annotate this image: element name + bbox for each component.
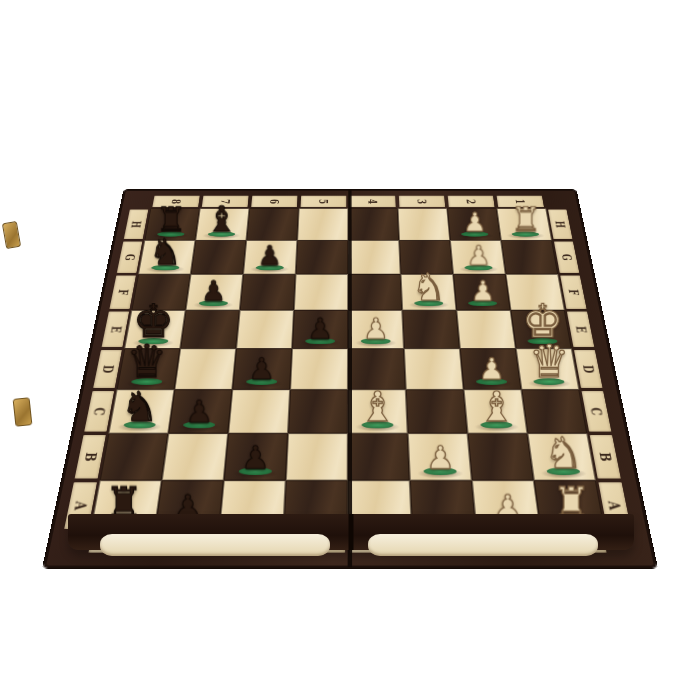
square-c2: ♝ (464, 390, 528, 434)
square-d1: ♛ (516, 349, 579, 390)
square-e5: ♟ (292, 310, 348, 348)
white-queen-d1: ♛ (529, 339, 569, 384)
black-bishop-h7: ♝ (206, 201, 238, 236)
square-e7 (180, 310, 240, 348)
chess-board: 87654321H♜♝♟♜HG♞♟♟GF♟♞♟FE♚♟♟♚ED♛♟♟♛DC♞♟♝… (43, 190, 656, 568)
coordinate-label-text: F (115, 289, 130, 295)
coordinate-label-text: A (605, 501, 624, 510)
square-f3: ♞ (401, 274, 457, 310)
square-c7: ♟ (168, 390, 232, 434)
square-h2: ♟ (447, 208, 501, 240)
square-c6 (228, 390, 290, 434)
square-h6 (246, 208, 298, 240)
square-d5 (290, 349, 348, 390)
square-b4 (348, 433, 410, 480)
black-pawn-d6: ♟ (248, 354, 275, 384)
coordinate-label-text: H (129, 221, 144, 228)
coordinate-label-text: C (588, 407, 605, 415)
front-edge-seam (349, 514, 354, 550)
coordinate-label-text: E (108, 326, 124, 333)
white-rook-h1: ♜ (511, 203, 541, 236)
square-f5 (294, 274, 348, 310)
brass-clasp-icon (2, 221, 21, 249)
coordinate-label-text: 7 (218, 199, 232, 204)
square-g1 (501, 240, 558, 274)
square-e3 (402, 310, 460, 348)
front-edge-inlay-left (100, 534, 330, 556)
white-bishop-c2: ♝ (478, 386, 515, 427)
coordinate-label-text: G (122, 254, 137, 261)
square-b7 (162, 433, 228, 480)
coordinate-label-text: 6 (268, 199, 282, 204)
black-knight-g8: ♞ (149, 233, 182, 269)
coordinate-label-text: 8 (169, 199, 183, 204)
board-frame: 87654321H♜♝♟♜HG♞♟♟GF♟♞♟FE♚♟♟♚ED♛♟♟♛DC♞♟♝… (43, 190, 656, 568)
white-knight-f3: ♞ (412, 268, 446, 306)
rank-label-top-3: 3 (399, 196, 445, 207)
frame-corner (544, 195, 569, 209)
white-pawn-b3: ♟ (426, 442, 455, 474)
square-e6 (236, 310, 294, 348)
frame-corner (128, 195, 153, 209)
square-b8 (100, 433, 169, 480)
square-c3 (406, 390, 468, 434)
coordinate-label-text: G (559, 254, 574, 261)
square-d6: ♟ (232, 349, 292, 390)
board-scene: 87654321H♜♝♟♜HG♞♟♟GF♟♞♟FE♚♟♟♚ED♛♟♟♛DC♞♟♝… (30, 46, 670, 646)
coordinate-label-text: F (566, 289, 581, 295)
square-f4 (348, 274, 402, 310)
white-pawn-d2: ♟ (478, 354, 505, 384)
square-g6: ♟ (243, 240, 297, 274)
square-h1: ♜ (497, 208, 552, 240)
square-b2 (468, 433, 534, 480)
square-f2: ♟ (453, 274, 510, 310)
black-knight-c8: ♞ (121, 386, 158, 427)
square-g7 (191, 240, 247, 274)
coordinate-label-text: D (99, 365, 116, 373)
black-pawn-f7: ♟ (201, 277, 226, 305)
coordinate-label-text: 2 (464, 199, 478, 204)
file-label-right-E: E (567, 312, 595, 348)
coordinate-label-text: 3 (415, 199, 428, 204)
white-bishop-c4: ♝ (359, 386, 396, 427)
square-g8: ♞ (138, 240, 195, 274)
coordinate-label-text: B (596, 452, 614, 461)
square-b3: ♟ (408, 433, 472, 480)
rank-label-top-6: 6 (251, 196, 297, 207)
square-d7 (174, 349, 236, 390)
file-label-right-H: H (548, 210, 573, 240)
square-d3 (404, 349, 464, 390)
brass-clasp-icon (13, 397, 33, 427)
square-c4: ♝ (348, 390, 408, 434)
file-label-left-D: D (93, 350, 122, 388)
coordinate-label-text: C (91, 407, 108, 415)
board-fold-seam (348, 190, 353, 568)
black-pawn-c7: ♟ (185, 397, 213, 428)
square-c5 (288, 390, 348, 434)
white-knight-b1: ♞ (544, 431, 582, 474)
coordinate-label-text: B (81, 452, 99, 461)
square-g5 (296, 240, 349, 274)
white-pawn-e4: ♟ (363, 315, 389, 344)
coordinate-label-text: D (580, 365, 597, 373)
square-b1: ♞ (527, 433, 595, 480)
rank-label-top-2: 2 (448, 196, 495, 207)
square-b5 (286, 433, 348, 480)
file-label-right-C: C (582, 391, 612, 432)
coordinate-label-text: 1 (513, 199, 527, 204)
file-label-right-G: G (554, 241, 579, 272)
white-pawn-f2: ♟ (470, 277, 495, 305)
chess-set-photo: 87654321H♜♝♟♜HG♞♟♟GF♟♞♟FE♚♟♟♚ED♛♟♟♛DC♞♟♝… (0, 0, 700, 700)
white-pawn-h2: ♟ (463, 210, 487, 236)
board-front-edge (68, 514, 634, 550)
square-h4 (348, 208, 399, 240)
black-pawn-b6: ♟ (241, 442, 270, 474)
square-f6 (240, 274, 296, 310)
black-pawn-e5: ♟ (307, 315, 333, 344)
coordinate-label-text: 4 (366, 199, 379, 204)
square-h7: ♝ (195, 208, 249, 240)
black-pawn-g6: ♟ (258, 243, 282, 270)
square-h3 (398, 208, 450, 240)
rank-label-top-5: 5 (301, 196, 347, 207)
coordinate-label-text: 5 (317, 199, 330, 204)
coordinate-label-text: E (572, 326, 588, 333)
square-e2 (456, 310, 515, 348)
file-label-right-D: D (574, 350, 603, 388)
square-e4: ♟ (348, 310, 404, 348)
square-b6: ♟ (224, 433, 288, 480)
white-pawn-g2: ♟ (467, 243, 491, 270)
square-g4 (348, 240, 400, 274)
rank-label-top-4: 4 (350, 196, 396, 207)
coordinate-label-text: A (72, 501, 91, 510)
file-label-right-F: F (560, 275, 586, 308)
front-edge-inlay-right (368, 534, 598, 556)
square-c8: ♞ (108, 390, 174, 434)
square-f7: ♟ (186, 274, 244, 310)
file-label-left-G: G (117, 241, 143, 272)
square-g2: ♟ (450, 240, 506, 274)
square-h5 (297, 208, 348, 240)
coordinate-label-text: H (553, 221, 568, 228)
black-queen-d8: ♛ (127, 339, 167, 384)
